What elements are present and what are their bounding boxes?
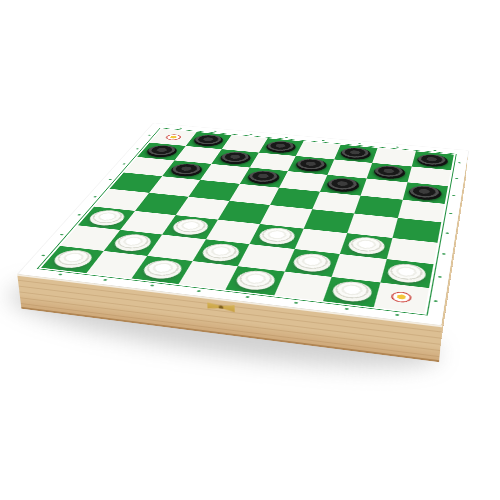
margin-tick-dot xyxy=(437,276,441,278)
white-piece[interactable] xyxy=(330,280,374,304)
white-piece[interactable] xyxy=(291,252,334,273)
square-d5[interactable] xyxy=(218,201,270,224)
black-piece[interactable] xyxy=(217,151,254,165)
square-e5[interactable] xyxy=(260,205,312,228)
white-piece[interactable] xyxy=(48,249,96,270)
square-e6[interactable] xyxy=(249,224,303,249)
square-b6[interactable] xyxy=(120,211,176,235)
square-h8[interactable] xyxy=(373,282,429,313)
margin-tick-dot xyxy=(285,137,288,138)
white-piece[interactable] xyxy=(386,262,428,284)
square-g4[interactable] xyxy=(354,195,402,217)
square-h6[interactable] xyxy=(386,238,437,265)
black-piece[interactable] xyxy=(372,165,407,180)
white-piece[interactable] xyxy=(110,233,156,253)
square-e4[interactable] xyxy=(270,187,320,209)
square-h7[interactable] xyxy=(380,259,434,288)
margin-tick-dot xyxy=(396,313,400,315)
white-piece[interactable] xyxy=(346,236,387,256)
square-f8[interactable] xyxy=(274,271,332,301)
square-a5[interactable] xyxy=(94,189,148,211)
square-g7[interactable] xyxy=(332,254,386,282)
black-piece[interactable] xyxy=(167,162,206,177)
square-f7[interactable] xyxy=(284,249,339,277)
margin-tick-dot xyxy=(59,234,63,236)
square-c7[interactable] xyxy=(147,235,205,261)
white-piece[interactable] xyxy=(199,242,243,263)
white-piece[interactable] xyxy=(169,218,212,237)
black-piece[interactable] xyxy=(408,185,443,202)
black-piece[interactable] xyxy=(245,170,283,186)
square-b8[interactable] xyxy=(86,251,148,279)
black-piece[interactable] xyxy=(293,158,329,173)
square-a8[interactable] xyxy=(41,246,103,273)
square-h5[interactable] xyxy=(392,218,441,243)
margin-tick-dot xyxy=(449,213,452,215)
black-piece[interactable] xyxy=(143,144,180,158)
square-b7[interactable] xyxy=(103,230,162,256)
margin-tick-dot xyxy=(93,196,97,198)
margin-tick-dot xyxy=(77,214,81,216)
product-photo-stage xyxy=(0,0,500,500)
margin-tick-dot xyxy=(108,179,112,180)
margin-tick-dot xyxy=(135,148,138,149)
margin-tick-dot xyxy=(58,273,63,275)
brand-logo-icon xyxy=(164,134,183,141)
margin-tick-dot xyxy=(150,284,154,286)
black-piece[interactable] xyxy=(191,134,227,147)
square-d7[interactable] xyxy=(192,239,249,266)
margin-tick-dot xyxy=(445,232,448,234)
square-h4[interactable] xyxy=(397,199,444,222)
margin-tick-dot xyxy=(148,134,151,135)
square-f6[interactable] xyxy=(294,228,347,254)
margin-tick-dot xyxy=(214,130,217,131)
margin-tick-dot xyxy=(294,301,298,303)
margin-tick-dot xyxy=(179,127,182,128)
brand-logo-icon xyxy=(390,291,412,303)
square-c8[interactable] xyxy=(132,256,193,284)
margin-tick-dot xyxy=(455,178,458,179)
black-piece[interactable] xyxy=(264,140,299,154)
white-piece[interactable] xyxy=(84,209,128,227)
margin-tick-dot xyxy=(40,255,44,257)
square-e8[interactable] xyxy=(225,266,284,295)
margin-tick-dot xyxy=(345,307,349,309)
margin-tick-dot xyxy=(434,150,437,151)
square-e7[interactable] xyxy=(238,244,294,271)
brass-clasp-icon xyxy=(207,300,235,314)
white-piece[interactable] xyxy=(256,227,298,247)
margin-tick-dot xyxy=(245,296,249,298)
margin-tick-dot xyxy=(441,253,445,255)
margin-tick-dot xyxy=(433,300,437,302)
margin-tick-dot xyxy=(122,163,126,164)
square-g5[interactable] xyxy=(347,214,397,238)
square-g6[interactable] xyxy=(340,233,392,259)
square-a7[interactable] xyxy=(60,225,119,250)
checkers-box xyxy=(18,123,468,325)
square-f5[interactable] xyxy=(303,209,354,233)
margin-tick-dot xyxy=(457,162,460,163)
white-piece[interactable] xyxy=(232,269,278,292)
margin-tick-dot xyxy=(197,290,201,292)
margin-tick-dot xyxy=(396,146,399,147)
square-d8[interactable] xyxy=(178,261,238,290)
black-piece[interactable] xyxy=(339,147,373,161)
square-f4[interactable] xyxy=(312,191,361,213)
margin-tick-dot xyxy=(104,279,108,281)
margin-tick-dot xyxy=(452,195,455,197)
margin-tick-dot xyxy=(322,140,325,141)
square-g8[interactable] xyxy=(323,277,380,308)
margin-tick-dot xyxy=(249,133,252,134)
square-a6[interactable] xyxy=(78,206,135,229)
square-c6[interactable] xyxy=(162,215,217,239)
margin-tick-dot xyxy=(358,143,361,144)
black-piece[interactable] xyxy=(416,153,449,167)
square-d6[interactable] xyxy=(205,219,260,244)
black-piece[interactable] xyxy=(325,177,362,193)
white-piece[interactable] xyxy=(139,259,186,281)
